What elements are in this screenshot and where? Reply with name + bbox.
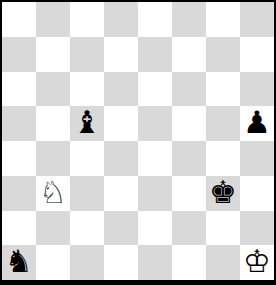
- square-f1[interactable]: [172, 245, 206, 280]
- black-king-piece[interactable]: ♚: [209, 177, 237, 208]
- square-c2[interactable]: [70, 211, 104, 246]
- square-a7[interactable]: [2, 37, 36, 72]
- square-c8[interactable]: [70, 2, 104, 37]
- square-f7[interactable]: [172, 37, 206, 72]
- square-c7[interactable]: [70, 37, 104, 72]
- square-d5[interactable]: [104, 106, 138, 141]
- square-b4[interactable]: [36, 141, 70, 176]
- square-f8[interactable]: [172, 2, 206, 37]
- square-c3[interactable]: [70, 176, 104, 211]
- square-c4[interactable]: [70, 141, 104, 176]
- square-b8[interactable]: [36, 2, 70, 37]
- square-g5[interactable]: [206, 106, 240, 141]
- square-a8[interactable]: [2, 2, 36, 37]
- white-knight-piece[interactable]: ♘: [39, 177, 67, 208]
- square-c1[interactable]: [70, 245, 104, 280]
- square-f2[interactable]: [172, 211, 206, 246]
- square-d4[interactable]: [104, 141, 138, 176]
- square-h4[interactable]: [240, 141, 274, 176]
- square-h6[interactable]: [240, 72, 274, 107]
- square-a5[interactable]: [2, 106, 36, 141]
- square-d1[interactable]: [104, 245, 138, 280]
- square-g3[interactable]: ♚: [206, 176, 240, 211]
- square-d2[interactable]: [104, 211, 138, 246]
- square-a6[interactable]: [2, 72, 36, 107]
- square-g6[interactable]: [206, 72, 240, 107]
- square-a3[interactable]: [2, 176, 36, 211]
- square-f3[interactable]: [172, 176, 206, 211]
- square-e1[interactable]: [138, 245, 172, 280]
- square-h8[interactable]: [240, 2, 274, 37]
- square-h7[interactable]: [240, 37, 274, 72]
- square-e7[interactable]: [138, 37, 172, 72]
- square-b6[interactable]: [36, 72, 70, 107]
- square-a1[interactable]: ♞: [2, 245, 36, 280]
- square-b2[interactable]: [36, 211, 70, 246]
- square-h3[interactable]: [240, 176, 274, 211]
- square-f5[interactable]: [172, 106, 206, 141]
- black-knight-piece[interactable]: ♞: [5, 246, 33, 277]
- black-pawn-piece[interactable]: ♟: [243, 107, 271, 138]
- square-f6[interactable]: [172, 72, 206, 107]
- square-g4[interactable]: [206, 141, 240, 176]
- square-d6[interactable]: [104, 72, 138, 107]
- square-e6[interactable]: [138, 72, 172, 107]
- square-a2[interactable]: [2, 211, 36, 246]
- square-e2[interactable]: [138, 211, 172, 246]
- square-g2[interactable]: [206, 211, 240, 246]
- square-b3[interactable]: ♘: [36, 176, 70, 211]
- square-c6[interactable]: [70, 72, 104, 107]
- square-g8[interactable]: [206, 2, 240, 37]
- square-h1[interactable]: ♔: [240, 245, 274, 280]
- square-e8[interactable]: [138, 2, 172, 37]
- square-g7[interactable]: [206, 37, 240, 72]
- square-e3[interactable]: [138, 176, 172, 211]
- square-e5[interactable]: [138, 106, 172, 141]
- square-d7[interactable]: [104, 37, 138, 72]
- square-a4[interactable]: [2, 141, 36, 176]
- black-bishop-piece[interactable]: ♝: [73, 107, 101, 138]
- square-h5[interactable]: ♟: [240, 106, 274, 141]
- square-d8[interactable]: [104, 2, 138, 37]
- square-b1[interactable]: [36, 245, 70, 280]
- white-king-piece[interactable]: ♔: [243, 246, 271, 277]
- chess-board: ♝♟♘♚♞♔: [0, 0, 276, 285]
- square-e4[interactable]: [138, 141, 172, 176]
- chess-diagram: ♝♟♘♚♞♔: [0, 0, 276, 285]
- square-d3[interactable]: [104, 176, 138, 211]
- square-g1[interactable]: [206, 245, 240, 280]
- square-b5[interactable]: [36, 106, 70, 141]
- square-b7[interactable]: [36, 37, 70, 72]
- square-f4[interactable]: [172, 141, 206, 176]
- square-h2[interactable]: [240, 211, 274, 246]
- square-c5[interactable]: ♝: [70, 106, 104, 141]
